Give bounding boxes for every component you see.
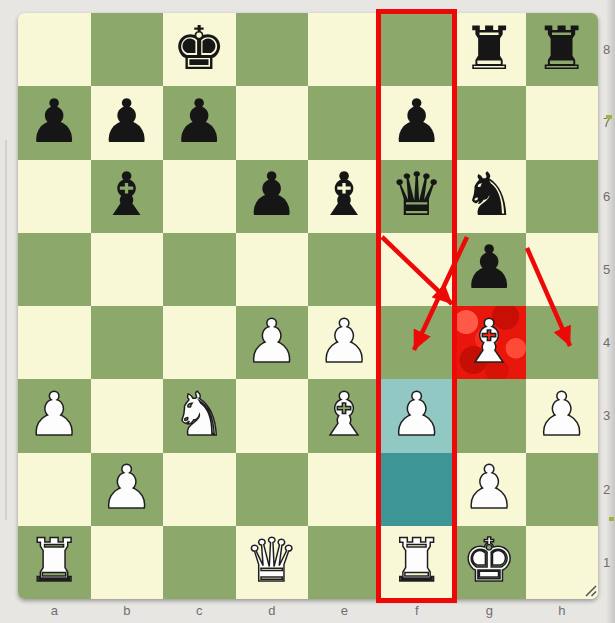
square-f4[interactable] [381, 306, 454, 379]
square-a3[interactable]: ♟ [18, 379, 91, 452]
square-d6[interactable]: ♟ [236, 160, 309, 233]
square-e1[interactable] [308, 526, 381, 599]
piece-black-knight-g6[interactable]: ♞ [462, 164, 516, 224]
piece-black-bishop-e6[interactable]: ♝ [317, 164, 371, 224]
square-b4[interactable] [91, 306, 164, 379]
piece-black-pawn-a7[interactable]: ♟ [27, 91, 81, 151]
square-e5[interactable] [308, 233, 381, 306]
square-f6[interactable]: ♛ [381, 160, 454, 233]
piece-white-pawn-b2[interactable]: ♟ [100, 457, 154, 517]
piece-white-rook-a1[interactable]: ♜ [27, 530, 81, 590]
chess-board: ♚♜♜♟♟♟♟♝♟♝♛♞♟♟♟♝♟♞♝♟♟♟♟♜♛♜♚ [18, 13, 598, 599]
square-h6[interactable] [526, 160, 599, 233]
square-c4[interactable] [163, 306, 236, 379]
piece-white-pawn-f3[interactable]: ♟ [390, 384, 444, 444]
square-g7[interactable] [453, 86, 526, 159]
square-c8[interactable]: ♚ [163, 13, 236, 86]
square-d5[interactable] [236, 233, 309, 306]
piece-white-pawn-g2[interactable]: ♟ [462, 457, 516, 517]
file-label-h: h [526, 600, 599, 620]
square-h8[interactable]: ♜ [526, 13, 599, 86]
square-b5[interactable] [91, 233, 164, 306]
square-e4[interactable]: ♟ [308, 306, 381, 379]
square-b7[interactable]: ♟ [91, 86, 164, 159]
file-label-b: b [91, 600, 164, 620]
square-g8[interactable]: ♜ [453, 13, 526, 86]
square-a1[interactable]: ♜ [18, 526, 91, 599]
square-f5[interactable] [381, 233, 454, 306]
piece-white-bishop-e3[interactable]: ♝ [317, 384, 371, 444]
piece-white-king-g1[interactable]: ♚ [462, 530, 516, 590]
piece-black-bishop-b6[interactable]: ♝ [100, 164, 154, 224]
square-h4[interactable] [526, 306, 599, 379]
square-e7[interactable] [308, 86, 381, 159]
square-e2[interactable] [308, 453, 381, 526]
piece-white-pawn-d4[interactable]: ♟ [245, 311, 299, 371]
square-f7[interactable]: ♟ [381, 86, 454, 159]
file-label-e: e [308, 600, 381, 620]
square-d3[interactable] [236, 379, 309, 452]
square-e6[interactable]: ♝ [308, 160, 381, 233]
square-d1[interactable]: ♛ [236, 526, 309, 599]
file-label-g: g [453, 600, 526, 620]
square-f8[interactable] [381, 13, 454, 86]
square-a2[interactable] [18, 453, 91, 526]
piece-black-pawn-f7[interactable]: ♟ [390, 91, 444, 151]
square-b1[interactable] [91, 526, 164, 599]
square-f1[interactable]: ♜ [381, 526, 454, 599]
piece-white-bishop-g4[interactable]: ♝ [462, 311, 516, 371]
square-f2[interactable] [381, 453, 454, 526]
square-c2[interactable] [163, 453, 236, 526]
square-d2[interactable] [236, 453, 309, 526]
file-label-d: d [236, 600, 309, 620]
piece-white-pawn-e4[interactable]: ♟ [317, 311, 371, 371]
square-a6[interactable] [18, 160, 91, 233]
square-c5[interactable] [163, 233, 236, 306]
square-c1[interactable] [163, 526, 236, 599]
piece-white-rook-f1[interactable]: ♜ [390, 530, 444, 590]
piece-white-knight-c3[interactable]: ♞ [172, 384, 226, 444]
square-b3[interactable] [91, 379, 164, 452]
square-a5[interactable] [18, 233, 91, 306]
file-label-f: f [381, 600, 454, 620]
square-f3[interactable]: ♟ [381, 379, 454, 452]
piece-black-king-c8[interactable]: ♚ [172, 18, 226, 78]
square-c7[interactable]: ♟ [163, 86, 236, 159]
piece-black-rook-h8[interactable]: ♜ [535, 18, 589, 78]
piece-white-pawn-a3[interactable]: ♟ [27, 384, 81, 444]
piece-white-queen-d1[interactable]: ♛ [245, 530, 299, 590]
piece-black-pawn-b7[interactable]: ♟ [100, 91, 154, 151]
square-a7[interactable]: ♟ [18, 86, 91, 159]
square-h2[interactable] [526, 453, 599, 526]
square-d8[interactable] [236, 13, 309, 86]
square-a4[interactable] [18, 306, 91, 379]
square-c3[interactable]: ♞ [163, 379, 236, 452]
square-d7[interactable] [236, 86, 309, 159]
square-b6[interactable]: ♝ [91, 160, 164, 233]
square-e3[interactable]: ♝ [308, 379, 381, 452]
square-b8[interactable] [91, 13, 164, 86]
piece-black-pawn-d6[interactable]: ♟ [245, 164, 299, 224]
scroll-tick [606, 115, 612, 119]
left-edge-shadow [5, 140, 7, 520]
square-b2[interactable]: ♟ [91, 453, 164, 526]
square-a8[interactable] [18, 13, 91, 86]
page-background: ♚♜♜♟♟♟♟♝♟♝♛♞♟♟♟♝♟♞♝♟♟♟♟♜♛♜♚ abcdefgh 876… [0, 0, 615, 623]
piece-black-rook-g8[interactable]: ♜ [462, 18, 516, 78]
square-c6[interactable] [163, 160, 236, 233]
file-label-c: c [163, 600, 236, 620]
file-label-a: a [18, 600, 91, 620]
square-g3[interactable] [453, 379, 526, 452]
piece-white-pawn-h3[interactable]: ♟ [535, 384, 589, 444]
piece-black-pawn-g5[interactable]: ♟ [462, 237, 516, 297]
square-g5[interactable]: ♟ [453, 233, 526, 306]
piece-black-pawn-c7[interactable]: ♟ [172, 91, 226, 151]
file-labels: abcdefgh [18, 600, 598, 620]
square-g2[interactable]: ♟ [453, 453, 526, 526]
scroll-tick [609, 517, 614, 521]
square-h5[interactable] [526, 233, 599, 306]
square-h3[interactable]: ♟ [526, 379, 599, 452]
square-d4[interactable]: ♟ [236, 306, 309, 379]
square-g1[interactable]: ♚ [453, 526, 526, 599]
square-g6[interactable]: ♞ [453, 160, 526, 233]
square-h7[interactable] [526, 86, 599, 159]
square-e8[interactable] [308, 13, 381, 86]
square-g4[interactable]: ♝ [453, 306, 526, 379]
piece-black-queen-f6[interactable]: ♛ [390, 164, 444, 224]
resize-grip-icon[interactable] [583, 583, 598, 598]
scrollbar[interactable] [606, 0, 615, 623]
